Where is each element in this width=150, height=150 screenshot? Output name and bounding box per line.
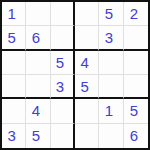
sudoku-cell-r6c3[interactable] [51,124,75,148]
sudoku-cell-r6c1[interactable]: 3 [2,124,26,148]
sudoku-cell-r5c4[interactable] [75,99,99,123]
given-digit: 5 [130,103,138,118]
sudoku-cell-r4c2[interactable] [26,75,50,99]
sudoku-cell-r6c5[interactable] [99,124,123,148]
given-digit: 6 [32,30,40,45]
given-digit: 3 [105,30,113,45]
given-digit: 5 [80,79,88,94]
sudoku-board: 1525635435415356 [0,0,150,150]
sudoku-cell-r2c3[interactable] [51,26,75,50]
sudoku-cell-r1c5[interactable]: 5 [99,2,123,26]
sudoku-cell-r4c1[interactable] [2,75,26,99]
given-digit: 6 [130,128,138,143]
sudoku-cell-r3c1[interactable] [2,51,26,75]
sudoku-cell-r5c3[interactable] [51,99,75,123]
sudoku-cell-r1c6[interactable]: 2 [124,2,148,26]
sudoku-cell-r5c1[interactable] [2,99,26,123]
sudoku-cell-r6c4[interactable] [75,124,99,148]
sudoku-cell-r3c5[interactable] [99,51,123,75]
given-digit: 5 [56,55,64,70]
sudoku-cell-r1c4[interactable] [75,2,99,26]
given-digit: 1 [105,103,113,118]
sudoku-cell-r2c1[interactable]: 5 [2,26,26,50]
sudoku-cell-r5c5[interactable]: 1 [99,99,123,123]
sudoku-cell-r3c2[interactable] [26,51,50,75]
given-digit: 3 [7,128,15,143]
sudoku-cell-r5c6[interactable]: 5 [124,99,148,123]
sudoku-cell-r4c6[interactable] [124,75,148,99]
given-digit: 4 [32,103,40,118]
given-digit: 4 [80,55,88,70]
sudoku-cell-r4c4[interactable]: 5 [75,75,99,99]
given-digit: 5 [105,6,113,21]
sudoku-cell-r5c2[interactable]: 4 [26,99,50,123]
sudoku-cell-r4c5[interactable] [99,75,123,99]
sudoku-cell-r2c6[interactable] [124,26,148,50]
given-digit: 3 [56,79,64,94]
given-digit: 5 [32,128,40,143]
sudoku-cell-r3c6[interactable] [124,51,148,75]
sudoku-cell-r4c3[interactable]: 3 [51,75,75,99]
given-digit: 1 [7,6,15,21]
sudoku-cell-r3c4[interactable]: 4 [75,51,99,75]
sudoku-cell-r2c2[interactable]: 6 [26,26,50,50]
sudoku-cell-r6c6[interactable]: 6 [124,124,148,148]
sudoku-cell-r1c3[interactable] [51,2,75,26]
sudoku-cell-r6c2[interactable]: 5 [26,124,50,148]
sudoku-cell-r1c1[interactable]: 1 [2,2,26,26]
sudoku-cell-r3c3[interactable]: 5 [51,51,75,75]
sudoku-cell-r2c4[interactable] [75,26,99,50]
given-digit: 5 [7,30,15,45]
sudoku-cell-r2c5[interactable]: 3 [99,26,123,50]
given-digit: 2 [130,6,138,21]
sudoku-cell-r1c2[interactable] [26,2,50,26]
